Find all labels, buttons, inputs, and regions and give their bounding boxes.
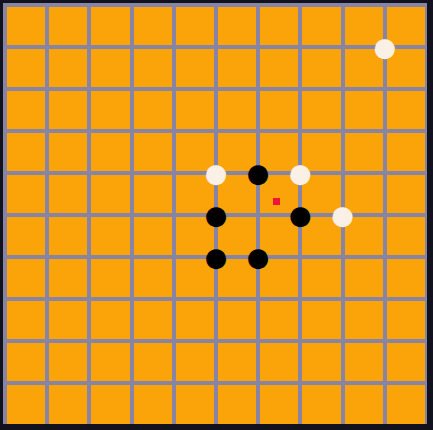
grid-line-vertical [298, 3, 302, 424]
game-window: ●●●●●●●●● [0, 0, 433, 430]
grid-line-horizontal [3, 339, 427, 343]
board[interactable]: ●●●●●●●●● [3, 3, 427, 424]
grid-line-vertical [383, 3, 387, 424]
grid-line-horizontal [3, 255, 427, 259]
red-square-marker [273, 198, 280, 205]
grid-line-horizontal [3, 297, 427, 301]
grid-line-vertical [425, 3, 427, 424]
grid-line-vertical [341, 3, 345, 424]
grid-line-horizontal [3, 213, 427, 217]
grid-line-horizontal [3, 424, 427, 425]
grid-line-horizontal [3, 381, 427, 385]
grid-line-vertical [256, 3, 260, 424]
